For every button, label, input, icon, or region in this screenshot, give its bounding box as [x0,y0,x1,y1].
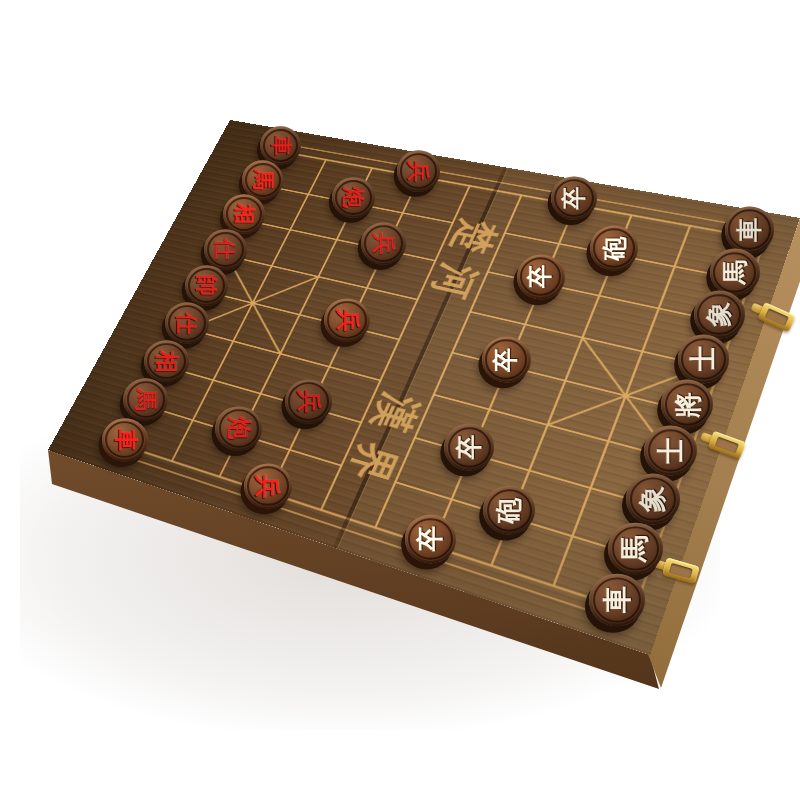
piece-black-chariot[interactable]: 車 [589,573,645,625]
piece-red-advisor[interactable]: 仕 [165,302,209,343]
piece-glyph: 兵 [255,474,280,498]
piece-black-advisor[interactable]: 士 [678,334,730,383]
piece-glyph: 馬 [722,259,748,284]
piece-glyph: 兵 [407,160,430,181]
piece-glyph: 車 [113,429,137,451]
piece-red-advisor[interactable]: 仕 [204,229,247,269]
piece-glyph: 相 [233,204,255,225]
piece-red-chariot[interactable]: 車 [260,126,301,165]
piece-red-soldier[interactable]: 兵 [397,150,441,191]
piece-red-soldier[interactable]: 兵 [285,379,332,423]
piece-black-horse[interactable]: 馬 [608,523,663,574]
piece-glyph: 兵 [296,390,321,413]
piece-red-horse[interactable]: 馬 [242,160,284,199]
piece-red-elephant[interactable]: 相 [144,340,188,382]
piece-red-cannon[interactable]: 炮 [332,177,375,218]
piece-red-cannon[interactable]: 炮 [215,406,262,450]
piece-glyph: 卒 [562,187,586,210]
piece-glyph: 仕 [175,312,198,333]
piece-red-chariot[interactable]: 車 [102,418,148,461]
piece-black-horse[interactable]: 馬 [710,248,760,295]
piece-glyph: 士 [690,346,717,371]
scene: 楚 河 漢 界 車兵馬炮卒相車兵砲仕馬卒帥象兵仕士卒相馬兵將炮車卒士兵象砲卒馬車 [0,0,800,800]
piece-glyph: 車 [270,136,292,156]
piece-black-soldier[interactable]: 卒 [482,336,531,382]
piece-black-cannon[interactable]: 砲 [483,486,535,535]
piece-black-soldier[interactable]: 卒 [405,515,457,564]
piece-glyph: 卒 [493,348,518,372]
piece-glyph: 馬 [134,389,157,411]
piece-glyph: 象 [639,486,667,512]
piece-black-soldier[interactable]: 卒 [444,423,494,470]
piece-red-soldier[interactable]: 兵 [244,463,292,509]
piece-glyph: 車 [603,586,632,613]
piece-glyph: 兵 [372,233,395,255]
piece-glyph: 馬 [252,169,274,189]
piece-glyph: 卒 [417,526,444,551]
piece-glyph: 士 [657,438,685,464]
piece-glyph: 砲 [495,497,522,523]
piece-red-horse[interactable]: 馬 [123,379,168,421]
piece-glyph: 卒 [456,434,482,459]
piece-red-soldier[interactable]: 兵 [324,299,370,342]
piece-black-soldier[interactable]: 卒 [551,177,597,221]
piece-black-general[interactable]: 將 [661,379,713,428]
piece-black-cannon[interactable]: 砲 [590,226,638,271]
piece-glyph: 將 [674,391,701,417]
piece-black-advisor[interactable]: 士 [644,426,697,476]
piece-red-soldier[interactable]: 兵 [361,223,406,265]
piece-glyph: 炮 [227,417,251,440]
piece-black-soldier[interactable]: 卒 [517,254,565,299]
piece-black-elephant[interactable]: 象 [694,291,745,339]
piece-glyph: 車 [737,218,763,242]
piece-red-elephant[interactable]: 相 [223,194,265,234]
piece-red-general[interactable]: 帥 [185,265,228,306]
piece-glyph: 兵 [335,309,359,331]
piece-glyph: 相 [155,350,178,372]
piece-black-chariot[interactable]: 車 [725,207,775,254]
piece-glyph: 卒 [528,265,553,288]
piece-glyph: 炮 [342,187,365,208]
piece-glyph: 砲 [602,236,627,259]
pieces-layer: 車兵馬炮卒相車兵砲仕馬卒帥象兵仕士卒相馬兵將炮車卒士兵象砲卒馬車 [0,0,800,800]
piece-glyph: 仕 [214,239,236,260]
piece-glyph: 象 [706,302,732,327]
piece-glyph: 帥 [195,275,218,296]
piece-black-elephant[interactable]: 象 [626,473,680,524]
piece-glyph: 馬 [621,535,649,562]
